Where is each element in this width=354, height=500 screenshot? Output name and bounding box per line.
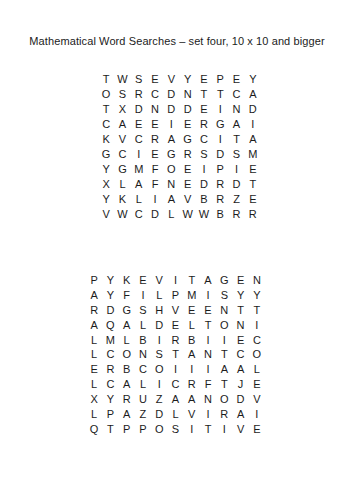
letter-cell-r10c9: R: [216, 407, 232, 422]
letter-cell-r9c8: N: [200, 392, 216, 407]
letter-cell-r9c10: E: [245, 192, 261, 207]
letter-cell-r8c4: F: [147, 177, 163, 192]
letter-cell-r1c4: E: [147, 72, 163, 87]
letter-cell-r7c10: A: [232, 362, 248, 377]
letter-cell-r10c8: I: [200, 407, 216, 422]
letter-cell-r7c1: E: [86, 362, 102, 377]
letter-cell-r9c2: Y: [102, 392, 118, 407]
letter-cell-r5c11: C: [249, 333, 265, 348]
letter-cell-r4c1: A: [86, 318, 102, 333]
letter-cell-r2c7: T: [196, 87, 212, 102]
letter-cell-r8c5: I: [151, 377, 167, 392]
letter-cell-r6c3: I: [131, 147, 147, 162]
letter-cell-r8c4: L: [135, 377, 151, 392]
letter-cell-r11c2: T: [102, 422, 118, 437]
letter-cell-r11c3: P: [119, 422, 135, 437]
letter-cell-r7c11: L: [249, 362, 265, 377]
letter-cell-r2c4: I: [135, 288, 151, 303]
letter-cell-r10c6: L: [167, 407, 183, 422]
letter-cell-r6c9: T: [216, 348, 232, 363]
letter-cell-r3c4: S: [135, 303, 151, 318]
letter-cell-r1c2: Y: [102, 273, 118, 288]
letter-cell-r3c5: H: [151, 303, 167, 318]
letter-cell-r8c8: R: [212, 177, 228, 192]
letter-cell-r1c7: E: [196, 72, 212, 87]
letter-cell-r4c7: R: [196, 117, 212, 132]
letter-cell-r1c1: T: [98, 72, 114, 87]
letter-cell-r10c2: P: [102, 407, 118, 422]
letter-cell-r10c10: R: [245, 207, 261, 222]
letter-cell-r7c3: M: [131, 162, 147, 177]
letter-cell-r1c3: K: [119, 273, 135, 288]
letter-cell-r11c5: O: [151, 422, 167, 437]
letter-cell-r1c5: V: [151, 273, 167, 288]
letter-cell-r11c6: S: [167, 422, 183, 437]
letter-cell-r10c1: V: [98, 207, 114, 222]
letter-cell-r9c11: V: [249, 392, 265, 407]
letter-cell-r6c11: O: [249, 348, 265, 363]
letter-cell-r2c2: Y: [102, 288, 118, 303]
letter-cell-r9c6: A: [167, 392, 183, 407]
page-title: Mathematical Word Searches – set four, 1…: [0, 35, 354, 47]
letter-cell-r2c4: C: [147, 87, 163, 102]
letter-cell-r1c8: P: [212, 72, 228, 87]
letter-cell-r10c4: Z: [135, 407, 151, 422]
letter-cell-r6c5: S: [151, 348, 167, 363]
letter-cell-r5c8: I: [200, 333, 216, 348]
letter-cell-r11c4: P: [135, 422, 151, 437]
letter-cell-r1c9: G: [216, 273, 232, 288]
letter-cell-r3c5: D: [163, 102, 179, 117]
letter-cell-r10c1: L: [86, 407, 102, 422]
letter-cell-r10c3: C: [131, 207, 147, 222]
letter-cell-r6c4: N: [135, 348, 151, 363]
letter-cell-r2c7: M: [184, 288, 200, 303]
letter-cell-r3c2: D: [102, 303, 118, 318]
letter-cell-r3c6: D: [179, 102, 195, 117]
letter-cell-r8c3: A: [131, 177, 147, 192]
letter-cell-r8c6: E: [179, 177, 195, 192]
letter-cell-r3c10: D: [245, 102, 261, 117]
letter-cell-r2c6: P: [167, 288, 183, 303]
letter-cell-r7c2: G: [114, 162, 130, 177]
letter-cell-r2c9: C: [228, 87, 244, 102]
letter-cell-r6c8: D: [212, 147, 228, 162]
letter-cell-r5c6: R: [167, 333, 183, 348]
letter-cell-r8c2: C: [102, 377, 118, 392]
letter-cell-r5c2: V: [114, 132, 130, 147]
letter-cell-r5c10: A: [245, 132, 261, 147]
letter-cell-r11c8: T: [200, 422, 216, 437]
letter-cell-r3c11: T: [249, 303, 265, 318]
word-search-grid-10x10: TWSEVYEPEYOSRCDNTTCATXDNDDEINDCAEEIERGAI…: [98, 72, 261, 222]
letter-cell-r3c1: T: [98, 102, 114, 117]
letter-cell-r4c8: T: [200, 318, 216, 333]
letter-cell-r5c6: G: [179, 132, 195, 147]
letter-cell-r7c9: I: [228, 162, 244, 177]
letter-cell-r3c10: T: [232, 303, 248, 318]
letter-cell-r2c6: N: [179, 87, 195, 102]
letter-cell-r2c11: Y: [249, 288, 265, 303]
letter-cell-r7c9: A: [216, 362, 232, 377]
letter-cell-r1c9: E: [228, 72, 244, 87]
letter-cell-r9c3: L: [131, 192, 147, 207]
letter-cell-r7c7: I: [196, 162, 212, 177]
letter-cell-r7c8: P: [212, 162, 228, 177]
letter-cell-r2c8: T: [212, 87, 228, 102]
letter-cell-r1c8: A: [200, 273, 216, 288]
letter-cell-r5c4: R: [147, 132, 163, 147]
letter-cell-r2c5: D: [163, 87, 179, 102]
letter-cell-r6c10: C: [232, 348, 248, 363]
letter-cell-r4c2: Q: [102, 318, 118, 333]
letter-cell-r1c11: N: [249, 273, 265, 288]
letter-cell-r4c10: I: [245, 117, 261, 132]
letter-cell-r10c7: W: [196, 207, 212, 222]
letter-cell-r4c10: N: [232, 318, 248, 333]
letter-cell-r5c2: M: [102, 333, 118, 348]
letter-cell-r7c4: F: [147, 162, 163, 177]
letter-cell-r2c10: A: [245, 87, 261, 102]
letter-cell-r5c9: I: [216, 333, 232, 348]
letter-cell-r4c8: G: [212, 117, 228, 132]
letter-cell-r11c1: Q: [86, 422, 102, 437]
letter-cell-r7c10: E: [245, 162, 261, 177]
letter-cell-r8c11: E: [249, 377, 265, 392]
letter-cell-r4c6: E: [179, 117, 195, 132]
letter-cell-r1c2: W: [114, 72, 130, 87]
letter-cell-r9c7: B: [196, 192, 212, 207]
letter-cell-r8c3: A: [119, 377, 135, 392]
letter-cell-r6c1: L: [86, 348, 102, 363]
letter-cell-r7c8: I: [200, 362, 216, 377]
letter-cell-r8c7: D: [196, 177, 212, 192]
letter-cell-r2c9: S: [216, 288, 232, 303]
letter-cell-r2c1: O: [98, 87, 114, 102]
letter-cell-r3c9: N: [216, 303, 232, 318]
letter-cell-r8c5: N: [163, 177, 179, 192]
letter-cell-r3c7: E: [196, 102, 212, 117]
letter-cell-r3c3: D: [131, 102, 147, 117]
letter-cell-r8c7: R: [184, 377, 200, 392]
letter-cell-r7c5: O: [151, 362, 167, 377]
letter-cell-r3c3: G: [119, 303, 135, 318]
letter-cell-r1c4: E: [135, 273, 151, 288]
letter-cell-r5c1: K: [98, 132, 114, 147]
letter-cell-r7c1: Y: [98, 162, 114, 177]
letter-cell-r9c3: R: [119, 392, 135, 407]
letter-cell-r4c9: A: [228, 117, 244, 132]
letter-cell-r3c9: N: [228, 102, 244, 117]
letter-cell-r11c9: I: [216, 422, 232, 437]
letter-cell-r5c10: E: [232, 333, 248, 348]
letter-cell-r2c2: S: [114, 87, 130, 102]
letter-cell-r4c9: O: [216, 318, 232, 333]
letter-cell-r9c10: D: [232, 392, 248, 407]
letter-cell-r4c3: E: [131, 117, 147, 132]
letter-cell-r8c1: L: [86, 377, 102, 392]
letter-cell-r3c1: R: [86, 303, 102, 318]
letter-cell-r4c2: A: [114, 117, 130, 132]
letter-cell-r6c6: R: [179, 147, 195, 162]
letter-cell-r5c5: A: [163, 132, 179, 147]
letter-cell-r7c3: B: [119, 362, 135, 377]
letter-cell-r3c6: V: [167, 303, 183, 318]
letter-cell-r4c7: L: [184, 318, 200, 333]
letter-cell-r4c4: L: [135, 318, 151, 333]
letter-cell-r6c5: G: [163, 147, 179, 162]
letter-cell-r1c10: Y: [245, 72, 261, 87]
letter-cell-r2c1: A: [86, 288, 102, 303]
letter-cell-r5c1: L: [86, 333, 102, 348]
letter-cell-r10c4: D: [147, 207, 163, 222]
letter-cell-r5c9: T: [228, 132, 244, 147]
letter-cell-r4c5: D: [151, 318, 167, 333]
letter-cell-r10c10: A: [232, 407, 248, 422]
letter-cell-r9c1: X: [86, 392, 102, 407]
letter-cell-r4c6: E: [167, 318, 183, 333]
letter-cell-r2c3: F: [119, 288, 135, 303]
letter-cell-r6c8: N: [200, 348, 216, 363]
letter-cell-r3c2: X: [114, 102, 130, 117]
letter-cell-r6c7: S: [196, 147, 212, 162]
letter-cell-r8c9: T: [216, 377, 232, 392]
letter-cell-r11c11: E: [249, 422, 265, 437]
letter-cell-r2c5: L: [151, 288, 167, 303]
letter-cell-r8c6: C: [167, 377, 183, 392]
letter-cell-r2c10: Y: [232, 288, 248, 303]
letter-cell-r4c3: A: [119, 318, 135, 333]
letter-cell-r7c6: E: [179, 162, 195, 177]
letter-cell-r9c7: A: [184, 392, 200, 407]
letter-cell-r8c8: F: [200, 377, 216, 392]
letter-cell-r3c8: E: [200, 303, 216, 318]
letter-cell-r6c9: S: [228, 147, 244, 162]
letter-cell-r4c11: I: [249, 318, 265, 333]
word-search-grid-11x11: PYKEVITAGENAYFILPMISYYRDGSHVEENTTAQALDEL…: [86, 273, 265, 437]
letter-cell-r3c7: E: [184, 303, 200, 318]
letter-cell-r9c8: R: [212, 192, 228, 207]
letter-cell-r3c4: N: [147, 102, 163, 117]
letter-cell-r10c2: W: [114, 207, 130, 222]
letter-cell-r9c4: U: [135, 392, 151, 407]
letter-cell-r10c5: L: [163, 207, 179, 222]
letter-cell-r9c5: Z: [151, 392, 167, 407]
letter-cell-r6c4: E: [147, 147, 163, 162]
letter-cell-r6c2: C: [102, 348, 118, 363]
letter-cell-r5c5: I: [151, 333, 167, 348]
letter-cell-r11c7: I: [184, 422, 200, 437]
letter-cell-r9c1: Y: [98, 192, 114, 207]
letter-cell-r5c7: B: [184, 333, 200, 348]
letter-cell-r10c11: I: [249, 407, 265, 422]
letter-cell-r4c1: C: [98, 117, 114, 132]
letter-cell-r10c7: V: [184, 407, 200, 422]
letter-cell-r10c9: R: [228, 207, 244, 222]
letter-cell-r4c4: E: [147, 117, 163, 132]
letter-cell-r9c2: K: [114, 192, 130, 207]
letter-cell-r8c9: D: [228, 177, 244, 192]
letter-cell-r9c9: O: [216, 392, 232, 407]
letter-cell-r5c8: I: [212, 132, 228, 147]
letter-cell-r9c9: Z: [228, 192, 244, 207]
letter-cell-r3c8: I: [212, 102, 228, 117]
letter-cell-r1c6: I: [167, 273, 183, 288]
letter-cell-r2c8: I: [200, 288, 216, 303]
letter-cell-r6c10: M: [245, 147, 261, 162]
letter-cell-r2c3: R: [131, 87, 147, 102]
letter-cell-r8c10: T: [245, 177, 261, 192]
letter-cell-r7c5: O: [163, 162, 179, 177]
letter-cell-r10c6: W: [179, 207, 195, 222]
letter-cell-r4c5: I: [163, 117, 179, 132]
letter-cell-r9c4: I: [147, 192, 163, 207]
letter-cell-r7c4: C: [135, 362, 151, 377]
letter-cell-r7c7: I: [184, 362, 200, 377]
letter-cell-r1c7: T: [184, 273, 200, 288]
letter-cell-r11c10: V: [232, 422, 248, 437]
letter-cell-r1c10: E: [232, 273, 248, 288]
letter-cell-r1c5: V: [163, 72, 179, 87]
letter-cell-r1c3: S: [131, 72, 147, 87]
letter-cell-r10c8: B: [212, 207, 228, 222]
letter-cell-r7c2: R: [102, 362, 118, 377]
letter-cell-r7c6: I: [167, 362, 183, 377]
letter-cell-r6c2: C: [114, 147, 130, 162]
letter-cell-r9c6: V: [179, 192, 195, 207]
letter-cell-r8c2: L: [114, 177, 130, 192]
letter-cell-r5c7: C: [196, 132, 212, 147]
letter-cell-r6c6: T: [167, 348, 183, 363]
letter-cell-r6c3: O: [119, 348, 135, 363]
letter-cell-r5c3: L: [119, 333, 135, 348]
letter-cell-r5c4: B: [135, 333, 151, 348]
letter-cell-r10c3: A: [119, 407, 135, 422]
letter-cell-r5c3: C: [131, 132, 147, 147]
letter-cell-r9c5: A: [163, 192, 179, 207]
letter-cell-r1c6: Y: [179, 72, 195, 87]
letter-cell-r8c10: J: [232, 377, 248, 392]
letter-cell-r6c1: G: [98, 147, 114, 162]
worksheet-page: Mathematical Word Searches – set four, 1…: [0, 0, 354, 500]
letter-cell-r10c5: D: [151, 407, 167, 422]
letter-cell-r1c1: P: [86, 273, 102, 288]
letter-cell-r8c1: X: [98, 177, 114, 192]
letter-cell-r6c7: A: [184, 348, 200, 363]
